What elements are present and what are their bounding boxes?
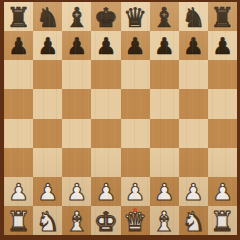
piece-black-bishop[interactable]: ♝ bbox=[152, 4, 176, 31]
square-g4[interactable] bbox=[179, 119, 208, 148]
piece-black-pawn[interactable]: ♟ bbox=[96, 35, 117, 58]
piece-white-pawn[interactable]: ♟ bbox=[37, 180, 58, 203]
square-h8[interactable]: ♜ bbox=[208, 2, 237, 31]
piece-white-queen[interactable]: ♛ bbox=[123, 207, 147, 234]
square-b5[interactable] bbox=[33, 89, 62, 118]
square-g3[interactable] bbox=[179, 148, 208, 177]
square-h7[interactable]: ♟ bbox=[208, 31, 237, 60]
piece-black-pawn[interactable]: ♟ bbox=[125, 35, 146, 58]
square-g8[interactable]: ♞ bbox=[179, 2, 208, 31]
square-c2[interactable]: ♟ bbox=[62, 177, 91, 206]
piece-white-rook[interactable]: ♜ bbox=[210, 207, 234, 234]
square-c4[interactable] bbox=[62, 119, 91, 148]
square-c1[interactable]: ♝ bbox=[62, 206, 91, 235]
square-b4[interactable] bbox=[33, 119, 62, 148]
chess-board: ♜♞♝♚♛♝♞♜♟♟♟♟♟♟♟♟♟♟♟♟♟♟♟♟♜♞♝♚♛♝♞♜ bbox=[0, 0, 240, 240]
square-e3[interactable] bbox=[121, 148, 150, 177]
square-e6[interactable] bbox=[121, 60, 150, 89]
square-a5[interactable] bbox=[4, 89, 33, 118]
square-e4[interactable] bbox=[121, 119, 150, 148]
square-b8[interactable]: ♞ bbox=[33, 2, 62, 31]
square-h2[interactable]: ♟ bbox=[208, 177, 237, 206]
piece-white-pawn[interactable]: ♟ bbox=[212, 180, 233, 203]
square-d4[interactable] bbox=[91, 119, 120, 148]
square-e5[interactable] bbox=[121, 89, 150, 118]
piece-white-knight[interactable]: ♞ bbox=[181, 207, 205, 234]
piece-white-pawn[interactable]: ♟ bbox=[8, 180, 29, 203]
square-d5[interactable] bbox=[91, 89, 120, 118]
square-d2[interactable]: ♟ bbox=[91, 177, 120, 206]
piece-black-queen[interactable]: ♛ bbox=[123, 4, 147, 31]
square-h5[interactable] bbox=[208, 89, 237, 118]
piece-black-bishop[interactable]: ♝ bbox=[65, 4, 89, 31]
square-c3[interactable] bbox=[62, 148, 91, 177]
square-c6[interactable] bbox=[62, 60, 91, 89]
square-c5[interactable] bbox=[62, 89, 91, 118]
square-f7[interactable]: ♟ bbox=[150, 31, 179, 60]
square-f8[interactable]: ♝ bbox=[150, 2, 179, 31]
piece-white-king[interactable]: ♚ bbox=[94, 207, 118, 234]
square-e2[interactable]: ♟ bbox=[121, 177, 150, 206]
square-e8[interactable]: ♛ bbox=[121, 2, 150, 31]
piece-white-bishop[interactable]: ♝ bbox=[65, 207, 89, 234]
square-d3[interactable] bbox=[91, 148, 120, 177]
square-a6[interactable] bbox=[4, 60, 33, 89]
piece-black-knight[interactable]: ♞ bbox=[36, 4, 60, 31]
chess-app-stage: ♜♞♝♚♛♝♞♜♟♟♟♟♟♟♟♟♟♟♟♟♟♟♟♟♜♞♝♚♛♝♞♜ bbox=[0, 0, 240, 240]
piece-white-pawn[interactable]: ♟ bbox=[125, 180, 146, 203]
piece-black-rook[interactable]: ♜ bbox=[210, 4, 234, 31]
square-g1[interactable]: ♞ bbox=[179, 206, 208, 235]
square-f4[interactable] bbox=[150, 119, 179, 148]
square-b7[interactable]: ♟ bbox=[33, 31, 62, 60]
piece-white-pawn[interactable]: ♟ bbox=[183, 180, 204, 203]
square-d7[interactable]: ♟ bbox=[91, 31, 120, 60]
square-h1[interactable]: ♜ bbox=[208, 206, 237, 235]
square-g6[interactable] bbox=[179, 60, 208, 89]
square-e1[interactable]: ♛ bbox=[121, 206, 150, 235]
square-d1[interactable]: ♚ bbox=[91, 206, 120, 235]
square-g2[interactable]: ♟ bbox=[179, 177, 208, 206]
square-a4[interactable] bbox=[4, 119, 33, 148]
square-a8[interactable]: ♜ bbox=[4, 2, 33, 31]
square-f2[interactable]: ♟ bbox=[150, 177, 179, 206]
square-c7[interactable]: ♟ bbox=[62, 31, 91, 60]
square-d6[interactable] bbox=[91, 60, 120, 89]
piece-white-bishop[interactable]: ♝ bbox=[152, 207, 176, 234]
piece-black-knight[interactable]: ♞ bbox=[181, 4, 205, 31]
square-a3[interactable] bbox=[4, 148, 33, 177]
square-g7[interactable]: ♟ bbox=[179, 31, 208, 60]
piece-black-king[interactable]: ♚ bbox=[94, 4, 118, 31]
piece-white-pawn[interactable]: ♟ bbox=[154, 180, 175, 203]
piece-black-pawn[interactable]: ♟ bbox=[212, 35, 233, 58]
piece-white-pawn[interactable]: ♟ bbox=[67, 180, 88, 203]
square-f5[interactable] bbox=[150, 89, 179, 118]
square-h3[interactable] bbox=[208, 148, 237, 177]
square-b2[interactable]: ♟ bbox=[33, 177, 62, 206]
piece-black-pawn[interactable]: ♟ bbox=[183, 35, 204, 58]
square-h4[interactable] bbox=[208, 119, 237, 148]
square-e7[interactable]: ♟ bbox=[121, 31, 150, 60]
square-b3[interactable] bbox=[33, 148, 62, 177]
square-f6[interactable] bbox=[150, 60, 179, 89]
piece-black-pawn[interactable]: ♟ bbox=[8, 35, 29, 58]
piece-white-pawn[interactable]: ♟ bbox=[96, 180, 117, 203]
piece-white-rook[interactable]: ♜ bbox=[6, 207, 30, 234]
square-g5[interactable] bbox=[179, 89, 208, 118]
square-a7[interactable]: ♟ bbox=[4, 31, 33, 60]
square-f1[interactable]: ♝ bbox=[150, 206, 179, 235]
square-h6[interactable] bbox=[208, 60, 237, 89]
piece-black-pawn[interactable]: ♟ bbox=[67, 35, 88, 58]
square-f3[interactable] bbox=[150, 148, 179, 177]
square-d8[interactable]: ♚ bbox=[91, 2, 120, 31]
square-a1[interactable]: ♜ bbox=[4, 206, 33, 235]
piece-white-knight[interactable]: ♞ bbox=[36, 207, 60, 234]
square-a2[interactable]: ♟ bbox=[4, 177, 33, 206]
piece-black-pawn[interactable]: ♟ bbox=[37, 35, 58, 58]
piece-black-rook[interactable]: ♜ bbox=[6, 4, 30, 31]
square-c8[interactable]: ♝ bbox=[62, 2, 91, 31]
square-b6[interactable] bbox=[33, 60, 62, 89]
piece-black-pawn[interactable]: ♟ bbox=[154, 35, 175, 58]
square-b1[interactable]: ♞ bbox=[33, 206, 62, 235]
